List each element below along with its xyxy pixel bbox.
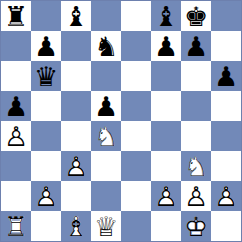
square-a3[interactable] bbox=[1, 151, 31, 181]
square-a7[interactable] bbox=[1, 31, 31, 61]
piece-white-pawn-fill: ♟ bbox=[151, 181, 181, 211]
piece-black-pawn: ♟ bbox=[211, 61, 241, 91]
square-a4[interactable]: ♟♙ bbox=[1, 121, 31, 151]
piece-black-bishop: ♝ bbox=[151, 1, 181, 31]
square-f8[interactable]: ♝ bbox=[151, 1, 181, 31]
piece-white-knight-fill: ♞ bbox=[181, 151, 211, 181]
square-d4[interactable]: ♞♘ bbox=[91, 121, 121, 151]
piece-white-bishop: ♗ bbox=[61, 211, 91, 241]
square-b4[interactable] bbox=[31, 121, 61, 151]
piece-white-knight: ♘ bbox=[91, 121, 121, 151]
piece-black-queen: ♛ bbox=[31, 61, 61, 91]
piece-white-pawn-fill: ♟ bbox=[1, 121, 31, 151]
piece-white-king-fill: ♚ bbox=[181, 211, 211, 241]
square-h5[interactable] bbox=[211, 91, 241, 121]
piece-white-pawn: ♙ bbox=[31, 181, 61, 211]
square-e2[interactable] bbox=[121, 181, 151, 211]
square-e3[interactable] bbox=[121, 151, 151, 181]
square-c6[interactable] bbox=[61, 61, 91, 91]
square-f2[interactable]: ♟♙ bbox=[151, 181, 181, 211]
square-e1[interactable] bbox=[121, 211, 151, 241]
chess-board: ♜♝♝♚♟♞♟♟♛♟♟♟♟♙♞♘♟♙♞♘♟♙♟♙♟♙♟♙♜♖♝♗♛♕♚♔ bbox=[0, 0, 242, 242]
square-e6[interactable] bbox=[121, 61, 151, 91]
square-b2[interactable]: ♟♙ bbox=[31, 181, 61, 211]
piece-black-knight: ♞ bbox=[91, 31, 121, 61]
square-d8[interactable] bbox=[91, 1, 121, 31]
piece-white-knight-fill: ♞ bbox=[91, 121, 121, 151]
square-b1[interactable] bbox=[31, 211, 61, 241]
piece-white-rook: ♖ bbox=[1, 211, 31, 241]
square-h7[interactable] bbox=[211, 31, 241, 61]
square-b8[interactable] bbox=[31, 1, 61, 31]
square-g1[interactable]: ♚♔ bbox=[181, 211, 211, 241]
square-d1[interactable]: ♛♕ bbox=[91, 211, 121, 241]
piece-black-pawn: ♟ bbox=[91, 91, 121, 121]
square-f6[interactable] bbox=[151, 61, 181, 91]
piece-black-bishop: ♝ bbox=[61, 1, 91, 31]
square-g8[interactable]: ♚ bbox=[181, 1, 211, 31]
piece-white-pawn: ♙ bbox=[211, 181, 241, 211]
piece-black-king: ♚ bbox=[181, 1, 211, 31]
square-g2[interactable]: ♟♙ bbox=[181, 181, 211, 211]
square-b3[interactable] bbox=[31, 151, 61, 181]
square-c7[interactable] bbox=[61, 31, 91, 61]
square-d5[interactable]: ♟ bbox=[91, 91, 121, 121]
piece-white-pawn: ♙ bbox=[151, 181, 181, 211]
square-d2[interactable] bbox=[91, 181, 121, 211]
square-f1[interactable] bbox=[151, 211, 181, 241]
piece-white-pawn-fill: ♟ bbox=[31, 181, 61, 211]
square-d6[interactable] bbox=[91, 61, 121, 91]
square-c1[interactable]: ♝♗ bbox=[61, 211, 91, 241]
square-b6[interactable]: ♛ bbox=[31, 61, 61, 91]
square-h3[interactable] bbox=[211, 151, 241, 181]
piece-white-rook-fill: ♜ bbox=[1, 211, 31, 241]
square-a8[interactable]: ♜ bbox=[1, 1, 31, 31]
piece-white-pawn: ♙ bbox=[1, 121, 31, 151]
square-f5[interactable] bbox=[151, 91, 181, 121]
square-f3[interactable] bbox=[151, 151, 181, 181]
square-c2[interactable] bbox=[61, 181, 91, 211]
piece-white-pawn-fill: ♟ bbox=[211, 181, 241, 211]
square-h8[interactable] bbox=[211, 1, 241, 31]
square-f4[interactable] bbox=[151, 121, 181, 151]
piece-white-knight: ♘ bbox=[181, 151, 211, 181]
piece-white-king: ♔ bbox=[181, 211, 211, 241]
piece-white-pawn-fill: ♟ bbox=[61, 151, 91, 181]
square-d3[interactable] bbox=[91, 151, 121, 181]
piece-black-rook: ♜ bbox=[1, 1, 31, 31]
square-a6[interactable] bbox=[1, 61, 31, 91]
square-f7[interactable]: ♟ bbox=[151, 31, 181, 61]
square-e7[interactable] bbox=[121, 31, 151, 61]
square-h2[interactable]: ♟♙ bbox=[211, 181, 241, 211]
square-d7[interactable]: ♞ bbox=[91, 31, 121, 61]
piece-black-pawn: ♟ bbox=[1, 91, 31, 121]
square-a1[interactable]: ♜♖ bbox=[1, 211, 31, 241]
square-g4[interactable] bbox=[181, 121, 211, 151]
piece-white-pawn: ♙ bbox=[181, 181, 211, 211]
piece-black-pawn: ♟ bbox=[31, 31, 61, 61]
square-a5[interactable]: ♟ bbox=[1, 91, 31, 121]
square-b7[interactable]: ♟ bbox=[31, 31, 61, 61]
square-h1[interactable] bbox=[211, 211, 241, 241]
piece-black-pawn: ♟ bbox=[181, 31, 211, 61]
square-e5[interactable] bbox=[121, 91, 151, 121]
square-c3[interactable]: ♟♙ bbox=[61, 151, 91, 181]
piece-white-queen-fill: ♛ bbox=[91, 211, 121, 241]
square-g7[interactable]: ♟ bbox=[181, 31, 211, 61]
square-h6[interactable]: ♟ bbox=[211, 61, 241, 91]
square-h4[interactable] bbox=[211, 121, 241, 151]
square-g6[interactable] bbox=[181, 61, 211, 91]
piece-white-queen: ♕ bbox=[91, 211, 121, 241]
piece-white-pawn: ♙ bbox=[61, 151, 91, 181]
square-g5[interactable] bbox=[181, 91, 211, 121]
square-e8[interactable] bbox=[121, 1, 151, 31]
square-c4[interactable] bbox=[61, 121, 91, 151]
square-e4[interactable] bbox=[121, 121, 151, 151]
square-c8[interactable]: ♝ bbox=[61, 1, 91, 31]
piece-white-bishop-fill: ♝ bbox=[61, 211, 91, 241]
square-g3[interactable]: ♞♘ bbox=[181, 151, 211, 181]
piece-black-pawn: ♟ bbox=[151, 31, 181, 61]
square-a2[interactable] bbox=[1, 181, 31, 211]
piece-white-pawn-fill: ♟ bbox=[181, 181, 211, 211]
square-c5[interactable] bbox=[61, 91, 91, 121]
square-b5[interactable] bbox=[31, 91, 61, 121]
